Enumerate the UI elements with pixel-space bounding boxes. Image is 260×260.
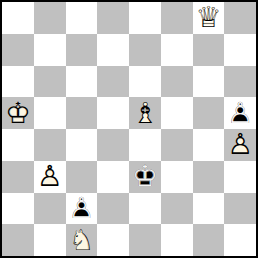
black-king-fill: ♚ bbox=[129, 161, 161, 193]
white-king-icon: ♔ bbox=[2, 97, 34, 129]
square-a2[interactable] bbox=[2, 193, 34, 225]
white-bishop-icon: ♗ bbox=[129, 97, 161, 129]
white-knight-fill: ♞ bbox=[66, 224, 98, 256]
square-g5[interactable] bbox=[193, 97, 225, 129]
square-b2[interactable] bbox=[34, 193, 66, 225]
square-h5[interactable]: ♟♙ bbox=[224, 97, 256, 129]
square-e8[interactable] bbox=[129, 2, 161, 34]
white-pawn-icon: ♙ bbox=[224, 129, 256, 161]
white-bishop-fill: ♝ bbox=[129, 97, 161, 129]
square-f1[interactable] bbox=[161, 224, 193, 256]
square-f5[interactable] bbox=[161, 97, 193, 129]
square-g2[interactable] bbox=[193, 193, 225, 225]
white-pawn-fill: ♟ bbox=[34, 161, 66, 193]
square-h3[interactable] bbox=[224, 161, 256, 193]
square-g7[interactable] bbox=[193, 34, 225, 66]
square-c8[interactable] bbox=[66, 2, 98, 34]
square-f3[interactable] bbox=[161, 161, 193, 193]
white-queen-fill: ♛ bbox=[193, 2, 225, 34]
square-d1[interactable] bbox=[97, 224, 129, 256]
square-h2[interactable] bbox=[224, 193, 256, 225]
square-b6[interactable] bbox=[34, 66, 66, 98]
square-d2[interactable] bbox=[97, 193, 129, 225]
square-f8[interactable] bbox=[161, 2, 193, 34]
white-king-fill: ♚ bbox=[2, 97, 34, 129]
black-king-icon: ♔ bbox=[129, 161, 161, 193]
square-e1[interactable] bbox=[129, 224, 161, 256]
square-e2[interactable] bbox=[129, 193, 161, 225]
square-d3[interactable] bbox=[97, 161, 129, 193]
square-h1[interactable] bbox=[224, 224, 256, 256]
square-c2[interactable]: ♟♙ bbox=[66, 193, 98, 225]
square-c5[interactable] bbox=[66, 97, 98, 129]
square-c1[interactable]: ♞♘ bbox=[66, 224, 98, 256]
square-a1[interactable] bbox=[2, 224, 34, 256]
white-knight-icon: ♘ bbox=[66, 224, 98, 256]
square-g4[interactable] bbox=[193, 129, 225, 161]
square-g1[interactable] bbox=[193, 224, 225, 256]
black-pawn-fill: ♟ bbox=[224, 97, 256, 129]
square-a4[interactable] bbox=[2, 129, 34, 161]
white-queen-icon: ♕ bbox=[193, 2, 225, 34]
square-h8[interactable] bbox=[224, 2, 256, 34]
page: ♛♕♚♔♝♗♟♙♟♙♟♙♚♔♟♙♞♘ bbox=[0, 0, 260, 260]
square-f4[interactable] bbox=[161, 129, 193, 161]
square-f6[interactable] bbox=[161, 66, 193, 98]
square-b3[interactable]: ♟♙ bbox=[34, 161, 66, 193]
square-b7[interactable] bbox=[34, 34, 66, 66]
square-c3[interactable] bbox=[66, 161, 98, 193]
square-b1[interactable] bbox=[34, 224, 66, 256]
white-pawn-icon: ♙ bbox=[34, 161, 66, 193]
square-d8[interactable] bbox=[97, 2, 129, 34]
black-pawn-fill: ♟ bbox=[66, 193, 98, 225]
square-b8[interactable] bbox=[34, 2, 66, 34]
square-a3[interactable] bbox=[2, 161, 34, 193]
square-g8[interactable]: ♛♕ bbox=[193, 2, 225, 34]
square-d5[interactable] bbox=[97, 97, 129, 129]
black-pawn-icon: ♙ bbox=[224, 97, 256, 129]
square-d7[interactable] bbox=[97, 34, 129, 66]
black-pawn-icon: ♙ bbox=[66, 193, 98, 225]
square-a7[interactable] bbox=[2, 34, 34, 66]
square-a6[interactable] bbox=[2, 66, 34, 98]
square-c7[interactable] bbox=[66, 34, 98, 66]
square-h6[interactable] bbox=[224, 66, 256, 98]
square-e6[interactable] bbox=[129, 66, 161, 98]
square-g3[interactable] bbox=[193, 161, 225, 193]
square-h4[interactable]: ♟♙ bbox=[224, 129, 256, 161]
square-h7[interactable] bbox=[224, 34, 256, 66]
square-c4[interactable] bbox=[66, 129, 98, 161]
square-e3[interactable]: ♚♔ bbox=[129, 161, 161, 193]
square-g6[interactable] bbox=[193, 66, 225, 98]
square-c6[interactable] bbox=[66, 66, 98, 98]
square-f2[interactable] bbox=[161, 193, 193, 225]
square-b5[interactable] bbox=[34, 97, 66, 129]
square-b4[interactable] bbox=[34, 129, 66, 161]
square-f7[interactable] bbox=[161, 34, 193, 66]
square-d4[interactable] bbox=[97, 129, 129, 161]
chess-board: ♛♕♚♔♝♗♟♙♟♙♟♙♚♔♟♙♞♘ bbox=[0, 0, 258, 258]
square-a5[interactable]: ♚♔ bbox=[2, 97, 34, 129]
square-e7[interactable] bbox=[129, 34, 161, 66]
square-e5[interactable]: ♝♗ bbox=[129, 97, 161, 129]
square-e4[interactable] bbox=[129, 129, 161, 161]
white-pawn-fill: ♟ bbox=[224, 129, 256, 161]
square-a8[interactable] bbox=[2, 2, 34, 34]
square-d6[interactable] bbox=[97, 66, 129, 98]
